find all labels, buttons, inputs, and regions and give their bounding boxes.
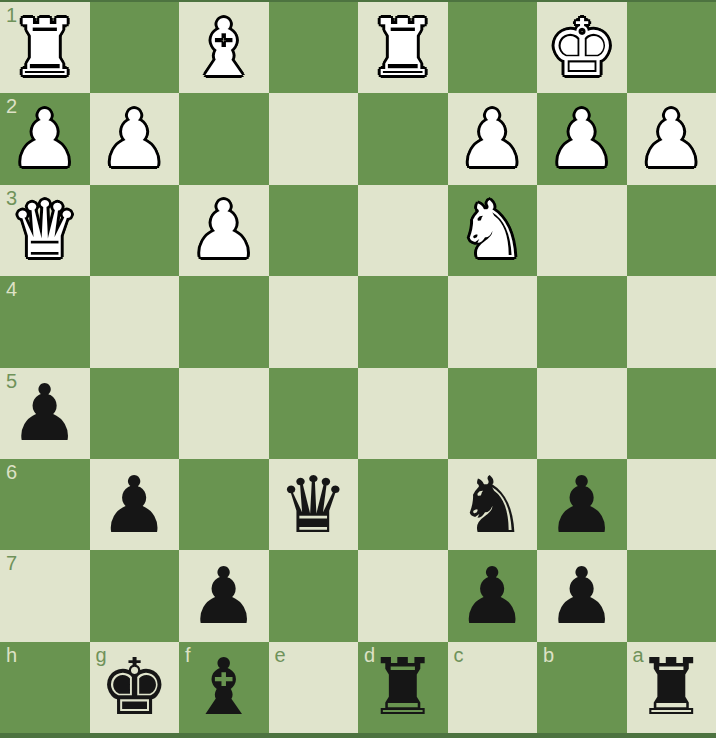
piece-white-bishop[interactable]: ♝ [179, 2, 269, 93]
square-a4[interactable] [627, 276, 716, 367]
square-h5[interactable]: 5♟ [0, 368, 90, 459]
square-g1[interactable] [90, 2, 180, 93]
square-c7[interactable]: ♟ [448, 550, 538, 641]
square-h2[interactable]: 2♟ [0, 93, 90, 184]
square-g5[interactable] [90, 368, 180, 459]
piece-black-queen[interactable]: ♛ [269, 459, 359, 550]
square-b1[interactable]: ♚ [537, 2, 627, 93]
square-b8[interactable]: b [537, 642, 627, 733]
square-g3[interactable] [90, 185, 180, 276]
square-a8[interactable]: a♜ [627, 642, 716, 733]
square-f4[interactable] [179, 276, 269, 367]
square-b4[interactable] [537, 276, 627, 367]
piece-white-rook[interactable]: ♜ [358, 2, 448, 93]
square-d2[interactable] [358, 93, 448, 184]
square-g7[interactable] [90, 550, 180, 641]
square-d6[interactable] [358, 459, 448, 550]
rank-label-6: 6 [6, 460, 17, 484]
square-b6[interactable]: ♟ [537, 459, 627, 550]
square-a1[interactable] [627, 2, 716, 93]
square-c6[interactable]: ♞ [448, 459, 538, 550]
square-d5[interactable] [358, 368, 448, 459]
piece-white-king[interactable]: ♚ [537, 2, 627, 93]
square-h4[interactable]: 4 [0, 276, 90, 367]
square-e3[interactable] [269, 185, 359, 276]
piece-white-pawn[interactable]: ♟ [0, 93, 90, 184]
square-f8[interactable]: f♝ [179, 642, 269, 733]
chess-board-frame: 1♜♝♜♚2♟♟♟♟♟3♛♟♞45♟6♟♛♞♟7♟♟♟hg♚f♝ed♜cba♜ [0, 0, 716, 738]
square-f2[interactable] [179, 93, 269, 184]
piece-black-king[interactable]: ♚ [90, 642, 180, 733]
piece-black-rook[interactable]: ♜ [627, 642, 716, 733]
square-a5[interactable] [627, 368, 716, 459]
square-f3[interactable]: ♟ [179, 185, 269, 276]
square-b2[interactable]: ♟ [537, 93, 627, 184]
chess-board: 1♜♝♜♚2♟♟♟♟♟3♛♟♞45♟6♟♛♞♟7♟♟♟hg♚f♝ed♜cba♜ [0, 2, 716, 733]
piece-white-rook[interactable]: ♜ [0, 2, 90, 93]
square-f5[interactable] [179, 368, 269, 459]
square-h1[interactable]: 1♜ [0, 2, 90, 93]
square-d8[interactable]: d♜ [358, 642, 448, 733]
piece-black-pawn[interactable]: ♟ [448, 550, 538, 641]
piece-black-pawn[interactable]: ♟ [90, 459, 180, 550]
rank-label-7: 7 [6, 551, 17, 575]
square-e1[interactable] [269, 2, 359, 93]
square-e2[interactable] [269, 93, 359, 184]
square-e6[interactable]: ♛ [269, 459, 359, 550]
rank-label-4: 4 [6, 277, 17, 301]
square-b5[interactable] [537, 368, 627, 459]
square-h6[interactable]: 6 [0, 459, 90, 550]
file-label-h: h [6, 643, 17, 667]
square-c2[interactable]: ♟ [448, 93, 538, 184]
square-e8[interactable]: e [269, 642, 359, 733]
square-f6[interactable] [179, 459, 269, 550]
file-label-c: c [454, 643, 464, 667]
square-f1[interactable]: ♝ [179, 2, 269, 93]
square-c4[interactable] [448, 276, 538, 367]
square-e4[interactable] [269, 276, 359, 367]
square-e5[interactable] [269, 368, 359, 459]
square-h7[interactable]: 7 [0, 550, 90, 641]
square-g8[interactable]: g♚ [90, 642, 180, 733]
piece-black-bishop[interactable]: ♝ [179, 642, 269, 733]
square-a6[interactable] [627, 459, 716, 550]
square-b3[interactable] [537, 185, 627, 276]
square-d7[interactable] [358, 550, 448, 641]
square-e7[interactable] [269, 550, 359, 641]
file-label-e: e [275, 643, 286, 667]
piece-white-pawn[interactable]: ♟ [537, 93, 627, 184]
square-a3[interactable] [627, 185, 716, 276]
square-g4[interactable] [90, 276, 180, 367]
square-d3[interactable] [358, 185, 448, 276]
piece-black-pawn[interactable]: ♟ [0, 368, 90, 459]
piece-black-pawn[interactable]: ♟ [537, 459, 627, 550]
piece-white-pawn[interactable]: ♟ [627, 93, 716, 184]
square-b7[interactable]: ♟ [537, 550, 627, 641]
file-label-b: b [543, 643, 554, 667]
piece-white-pawn[interactable]: ♟ [448, 93, 538, 184]
square-d1[interactable]: ♜ [358, 2, 448, 93]
square-c3[interactable]: ♞ [448, 185, 538, 276]
square-h3[interactable]: 3♛ [0, 185, 90, 276]
square-a2[interactable]: ♟ [627, 93, 716, 184]
square-c1[interactable] [448, 2, 538, 93]
square-g6[interactable]: ♟ [90, 459, 180, 550]
square-c8[interactable]: c [448, 642, 538, 733]
piece-white-pawn[interactable]: ♟ [90, 93, 180, 184]
piece-white-queen[interactable]: ♛ [0, 185, 90, 276]
square-f7[interactable]: ♟ [179, 550, 269, 641]
square-g2[interactable]: ♟ [90, 93, 180, 184]
square-a7[interactable] [627, 550, 716, 641]
square-c5[interactable] [448, 368, 538, 459]
piece-black-rook[interactable]: ♜ [358, 642, 448, 733]
piece-black-knight[interactable]: ♞ [448, 459, 538, 550]
piece-black-pawn[interactable]: ♟ [179, 550, 269, 641]
square-d4[interactable] [358, 276, 448, 367]
piece-white-pawn[interactable]: ♟ [179, 185, 269, 276]
piece-white-knight[interactable]: ♞ [448, 185, 538, 276]
square-h8[interactable]: h [0, 642, 90, 733]
piece-black-pawn[interactable]: ♟ [537, 550, 627, 641]
